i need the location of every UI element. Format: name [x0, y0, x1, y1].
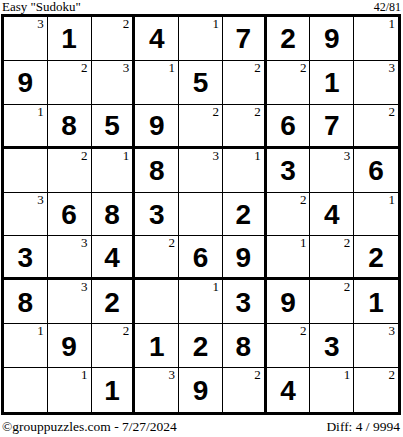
- cell-r6c2[interactable]: 3: [48, 236, 92, 280]
- puzzle-title: Easy "Sudoku": [2, 1, 81, 13]
- cell-r7c7[interactable]: 9: [267, 280, 311, 324]
- corner-mark: 2: [254, 105, 261, 119]
- cell-r9c4[interactable]: 3: [135, 368, 179, 412]
- corner-mark: 2: [300, 61, 307, 75]
- cell-r2c9[interactable]: 3: [354, 61, 398, 105]
- given-digit: 3: [267, 149, 310, 192]
- corner-mark: 2: [389, 105, 396, 119]
- given-digit: 6: [267, 105, 310, 146]
- cell-r1c9[interactable]: 1: [354, 17, 398, 61]
- corner-mark: 3: [389, 324, 396, 338]
- cell-r6c9[interactable]: 2: [354, 236, 398, 280]
- corner-mark: 2: [254, 368, 261, 382]
- cell-r5c6[interactable]: 2: [223, 193, 267, 237]
- cell-r6c8[interactable]: 2: [310, 236, 354, 280]
- cell-r5c1[interactable]: 3: [4, 193, 48, 237]
- cell-r4c4[interactable]: 8: [135, 149, 179, 193]
- cell-r5c8[interactable]: 4: [310, 193, 354, 237]
- cell-r2c1[interactable]: 9: [4, 61, 48, 105]
- given-digit: 9: [223, 236, 264, 277]
- cell-r7c9[interactable]: 1: [354, 280, 398, 324]
- given-digit: 1: [135, 324, 178, 367]
- corner-mark: 1: [169, 61, 176, 75]
- cell-r1c8[interactable]: 9: [310, 17, 354, 61]
- corner-mark: 1: [389, 17, 396, 31]
- corner-mark: 1: [300, 236, 307, 250]
- cell-r5c9[interactable]: 1: [354, 193, 398, 237]
- cell-r7c4[interactable]: [135, 280, 179, 324]
- copyright-date: ©grouppuzzles.com - 7/27/2024: [2, 419, 177, 435]
- corner-mark: 3: [81, 236, 88, 250]
- cell-r6c6[interactable]: 9: [223, 236, 267, 280]
- cell-r9c3[interactable]: 1: [92, 368, 136, 412]
- corner-mark: 1: [389, 193, 396, 207]
- given-digit: 9: [179, 368, 222, 412]
- given-digit: 1: [354, 280, 398, 323]
- cell-r9c5[interactable]: 9: [179, 368, 223, 412]
- corner-mark: 3: [123, 61, 130, 75]
- given-digit: 2: [354, 236, 398, 277]
- corner-mark: 2: [212, 105, 219, 119]
- corner-mark: 3: [344, 149, 351, 163]
- cell-r9c9[interactable]: 2: [354, 368, 398, 412]
- cell-r8c8[interactable]: 3: [310, 324, 354, 368]
- cell-r6c4[interactable]: 2: [135, 236, 179, 280]
- cell-r4c6[interactable]: 1: [223, 149, 267, 193]
- given-digit: 1: [92, 368, 133, 412]
- cell-r4c8[interactable]: 3: [310, 149, 354, 193]
- cell-r7c5[interactable]: 1: [179, 280, 223, 324]
- given-digit: 8: [135, 149, 178, 192]
- remaining-counter: 42/81: [374, 1, 401, 13]
- corner-mark: 1: [212, 17, 219, 31]
- cell-r8c2[interactable]: 9: [48, 324, 92, 368]
- cell-r3c6[interactable]: 2: [223, 105, 267, 149]
- given-digit: 9: [310, 17, 353, 60]
- corner-mark: 1: [254, 149, 261, 163]
- given-digit: 2: [179, 324, 222, 367]
- cell-r1c5[interactable]: 1: [179, 17, 223, 61]
- cell-r4c9[interactable]: 6: [354, 149, 398, 193]
- cell-r5c5[interactable]: [179, 193, 223, 237]
- given-digit: 8: [223, 324, 264, 367]
- cell-r9c2[interactable]: 1: [48, 368, 92, 412]
- cell-r2c4[interactable]: 1: [135, 61, 179, 105]
- cell-r1c6[interactable]: 7: [223, 17, 267, 61]
- cell-r6c7[interactable]: 1: [267, 236, 311, 280]
- given-digit: 8: [92, 193, 133, 236]
- given-digit: 4: [310, 193, 353, 236]
- corner-mark: 3: [81, 280, 88, 294]
- given-digit: 9: [267, 280, 310, 323]
- cell-r7c8[interactable]: 2: [310, 280, 354, 324]
- given-digit: 2: [92, 280, 133, 323]
- cell-r8c1[interactable]: 1: [4, 324, 48, 368]
- cell-r5c4[interactable]: 3: [135, 193, 179, 237]
- cell-r8c6[interactable]: 8: [223, 324, 267, 368]
- corner-mark: 2: [123, 324, 130, 338]
- corner-mark: 3: [37, 17, 44, 31]
- sudoku-grid: 3124172919231522131859226722183133636832…: [1, 14, 401, 415]
- cell-r4c2[interactable]: 2: [48, 149, 92, 193]
- cell-r4c7[interactable]: 3: [267, 149, 311, 193]
- header: Easy "Sudoku" 42/81: [0, 0, 403, 14]
- given-digit: 7: [223, 17, 264, 60]
- cell-r6c1[interactable]: 3: [4, 236, 48, 280]
- cell-r4c3[interactable]: 1: [92, 149, 136, 193]
- cell-r3c9[interactable]: 2: [354, 105, 398, 149]
- given-digit: 8: [48, 105, 91, 146]
- corner-mark: 3: [169, 368, 176, 382]
- cell-r2c6[interactable]: 2: [223, 61, 267, 105]
- cell-r3c3[interactable]: 5: [92, 105, 136, 149]
- given-digit: 1: [310, 61, 353, 104]
- cell-r8c9[interactable]: 3: [354, 324, 398, 368]
- corner-mark: 2: [81, 149, 88, 163]
- corner-mark: 1: [123, 149, 130, 163]
- cell-r6c3[interactable]: 4: [92, 236, 136, 280]
- given-digit: 6: [179, 236, 222, 277]
- cell-r8c3[interactable]: 2: [92, 324, 136, 368]
- cell-r3c1[interactable]: 1: [4, 105, 48, 149]
- cell-r6c5[interactable]: 6: [179, 236, 223, 280]
- corner-mark: 2: [344, 280, 351, 294]
- corner-mark: 2: [344, 236, 351, 250]
- given-digit: 4: [92, 236, 133, 277]
- corner-mark: 3: [389, 61, 396, 75]
- corner-mark: 1: [81, 368, 88, 382]
- given-digit: 5: [179, 61, 222, 104]
- given-digit: 6: [354, 149, 398, 192]
- given-digit: 5: [92, 105, 133, 146]
- cell-r8c7[interactable]: 2: [267, 324, 311, 368]
- cell-r3c5[interactable]: 2: [179, 105, 223, 149]
- cell-r2c2[interactable]: 2: [48, 61, 92, 105]
- cell-r8c4[interactable]: 1: [135, 324, 179, 368]
- cell-r3c7[interactable]: 6: [267, 105, 311, 149]
- cell-r7c1[interactable]: 8: [4, 280, 48, 324]
- corner-mark: 2: [81, 61, 88, 75]
- cell-r2c3[interactable]: 3: [92, 61, 136, 105]
- corner-mark: 2: [300, 193, 307, 207]
- corner-mark: 3: [212, 149, 219, 163]
- cell-r5c3[interactable]: 8: [92, 193, 136, 237]
- cell-r2c8[interactable]: 1: [310, 61, 354, 105]
- given-digit: 2: [223, 193, 264, 236]
- given-digit: 1: [48, 17, 91, 60]
- cell-r9c7[interactable]: 4: [267, 368, 311, 412]
- given-digit: 7: [310, 105, 353, 146]
- cell-r1c1[interactable]: 3: [4, 17, 48, 61]
- given-digit: 4: [267, 368, 310, 412]
- corner-mark: 1: [37, 324, 44, 338]
- cell-r3c2[interactable]: 8: [48, 105, 92, 149]
- puzzle-page: Easy "Sudoku" 42/81 31241729192315221318…: [0, 0, 403, 437]
- cell-r5c7[interactable]: 2: [267, 193, 311, 237]
- given-digit: 4: [135, 17, 178, 60]
- corner-mark: 2: [254, 61, 261, 75]
- given-digit: 8: [4, 280, 47, 323]
- cell-r1c4[interactable]: 4: [135, 17, 179, 61]
- cell-r3c4[interactable]: 9: [135, 105, 179, 149]
- cell-r4c1[interactable]: [4, 149, 48, 193]
- cell-r7c6[interactable]: 3: [223, 280, 267, 324]
- corner-mark: 3: [37, 193, 44, 207]
- footer: ©grouppuzzles.com - 7/27/2024 Diff: 4 / …: [0, 415, 403, 435]
- cell-r9c6[interactable]: 2: [223, 368, 267, 412]
- corner-mark: 2: [389, 368, 396, 382]
- cell-r7c2[interactable]: 3: [48, 280, 92, 324]
- corner-mark: 2: [169, 236, 176, 250]
- cell-r5c2[interactable]: 6: [48, 193, 92, 237]
- cell-r8c5[interactable]: 2: [179, 324, 223, 368]
- given-digit: 3: [310, 324, 353, 367]
- cell-r7c3[interactable]: 2: [92, 280, 136, 324]
- corner-mark: 1: [344, 368, 351, 382]
- corner-mark: 2: [300, 324, 307, 338]
- cell-r1c3[interactable]: 2: [92, 17, 136, 61]
- corner-mark: 1: [212, 280, 219, 294]
- given-digit: 2: [267, 17, 310, 60]
- given-digit: 3: [4, 236, 47, 277]
- cell-r9c8[interactable]: 1: [310, 368, 354, 412]
- given-digit: 9: [135, 105, 178, 146]
- corner-mark: 2: [123, 17, 130, 31]
- given-digit: 3: [223, 280, 264, 323]
- cell-r2c5[interactable]: 5: [179, 61, 223, 105]
- corner-mark: 1: [37, 105, 44, 119]
- given-digit: 3: [135, 193, 178, 236]
- given-digit: 9: [4, 61, 47, 104]
- cell-r4c5[interactable]: 3: [179, 149, 223, 193]
- cell-r1c2[interactable]: 1: [48, 17, 92, 61]
- cell-r1c7[interactable]: 2: [267, 17, 311, 61]
- cell-r9c1[interactable]: [4, 368, 48, 412]
- given-digit: 6: [48, 193, 91, 236]
- cell-r2c7[interactable]: 2: [267, 61, 311, 105]
- given-digit: 9: [48, 324, 91, 367]
- cell-r3c8[interactable]: 7: [310, 105, 354, 149]
- difficulty-label: Diff: 4 / 9994: [326, 419, 400, 435]
